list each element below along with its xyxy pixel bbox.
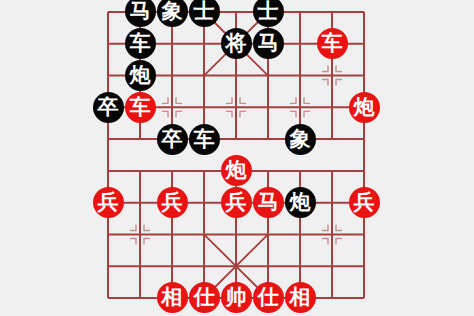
piece-red-cannon[interactable]: 炮 [349, 92, 380, 123]
piece-black-horse[interactable]: 马 [125, 0, 156, 27]
piece-red-chariot[interactable]: 车 [317, 28, 348, 59]
piece-red-elephant[interactable]: 相 [285, 282, 316, 313]
piece-black-advisor[interactable]: 士 [253, 0, 284, 27]
piece-black-soldier[interactable]: 卒 [157, 124, 188, 155]
piece-red-advisor[interactable]: 仕 [189, 282, 220, 313]
piece-black-cannon[interactable]: 炮 [125, 60, 156, 91]
piece-black-chariot[interactable]: 车 [125, 28, 156, 59]
pieces-grid: 马象士士车将马炮卒卒车象炮车车炮炮兵兵兵马兵相仕帅仕相 [92, 0, 380, 314]
xiangqi-app: 马象士士车将马炮卒卒车象炮车车炮炮兵兵兵马兵相仕帅仕相 [0, 0, 474, 316]
piece-red-soldier[interactable]: 兵 [93, 187, 124, 218]
piece-red-general[interactable]: 帅 [221, 282, 252, 313]
piece-black-soldier[interactable]: 卒 [93, 92, 124, 123]
piece-red-chariot[interactable]: 车 [125, 92, 156, 123]
piece-black-elephant[interactable]: 象 [157, 0, 188, 27]
xiangqi-board: 马象士士车将马炮卒卒车象炮车车炮炮兵兵兵马兵相仕帅仕相 [107, 11, 365, 299]
piece-black-horse[interactable]: 马 [253, 28, 284, 59]
piece-black-general[interactable]: 将 [221, 28, 252, 59]
piece-black-chariot[interactable]: 车 [189, 124, 220, 155]
piece-red-cannon[interactable]: 炮 [221, 155, 252, 186]
piece-black-elephant[interactable]: 象 [285, 124, 316, 155]
piece-black-cannon[interactable]: 炮 [285, 187, 316, 218]
piece-red-advisor[interactable]: 仕 [253, 282, 284, 313]
piece-red-soldier[interactable]: 兵 [349, 187, 380, 218]
piece-red-soldier[interactable]: 兵 [157, 187, 188, 218]
piece-red-horse[interactable]: 马 [253, 187, 284, 218]
piece-red-elephant[interactable]: 相 [157, 282, 188, 313]
piece-red-soldier[interactable]: 兵 [221, 187, 252, 218]
piece-black-advisor[interactable]: 士 [189, 0, 220, 27]
